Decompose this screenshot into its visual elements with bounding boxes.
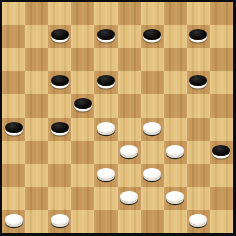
dark-square[interactable] — [25, 141, 48, 164]
light-square — [118, 164, 141, 187]
light-square — [118, 118, 141, 141]
black-man-piece[interactable] — [189, 29, 207, 40]
dark-square[interactable] — [25, 48, 48, 71]
dark-square[interactable] — [118, 48, 141, 71]
white-man-piece[interactable] — [97, 122, 115, 133]
black-man-piece[interactable] — [74, 98, 92, 109]
dark-square[interactable] — [187, 210, 210, 233]
light-square — [210, 25, 233, 48]
dark-square[interactable] — [48, 25, 71, 48]
dark-square[interactable] — [2, 25, 25, 48]
light-square — [71, 118, 94, 141]
dark-square[interactable] — [118, 141, 141, 164]
dark-square[interactable] — [48, 210, 71, 233]
dark-square[interactable] — [94, 25, 117, 48]
light-square — [71, 164, 94, 187]
black-man-piece[interactable] — [51, 122, 69, 133]
dark-square[interactable] — [141, 210, 164, 233]
black-man-piece[interactable] — [97, 29, 115, 40]
dark-square[interactable] — [164, 94, 187, 117]
dark-square[interactable] — [164, 48, 187, 71]
light-square — [48, 141, 71, 164]
light-square — [25, 210, 48, 233]
white-man-piece[interactable] — [51, 214, 69, 225]
white-man-piece[interactable] — [166, 145, 184, 156]
light-square — [164, 118, 187, 141]
light-square — [141, 94, 164, 117]
light-square — [71, 25, 94, 48]
light-square — [187, 141, 210, 164]
dark-square[interactable] — [25, 187, 48, 210]
light-square — [164, 25, 187, 48]
light-square — [141, 141, 164, 164]
dark-square[interactable] — [71, 2, 94, 25]
board-frame — [0, 0, 236, 236]
white-man-piece[interactable] — [143, 168, 161, 179]
light-square — [118, 71, 141, 94]
light-square — [94, 141, 117, 164]
light-square — [25, 71, 48, 94]
light-square — [2, 48, 25, 71]
light-square — [187, 48, 210, 71]
light-square — [164, 210, 187, 233]
dark-square[interactable] — [94, 164, 117, 187]
light-square — [48, 94, 71, 117]
white-man-piece[interactable] — [5, 214, 23, 225]
light-square — [141, 2, 164, 25]
dark-square[interactable] — [187, 118, 210, 141]
light-square — [187, 187, 210, 210]
black-man-piece[interactable] — [143, 29, 161, 40]
light-square — [210, 71, 233, 94]
light-square — [94, 94, 117, 117]
dark-square[interactable] — [25, 2, 48, 25]
light-square — [94, 48, 117, 71]
white-man-piece[interactable] — [143, 122, 161, 133]
dark-square[interactable] — [210, 141, 233, 164]
dark-square[interactable] — [141, 118, 164, 141]
dark-square[interactable] — [164, 187, 187, 210]
dark-square[interactable] — [210, 48, 233, 71]
black-man-piece[interactable] — [51, 29, 69, 40]
light-square — [71, 71, 94, 94]
dark-square[interactable] — [210, 94, 233, 117]
light-square — [210, 164, 233, 187]
dark-square[interactable] — [187, 164, 210, 187]
white-man-piece[interactable] — [120, 191, 138, 202]
dark-square[interactable] — [2, 210, 25, 233]
white-man-piece[interactable] — [97, 168, 115, 179]
black-man-piece[interactable] — [5, 122, 23, 133]
dark-square[interactable] — [164, 141, 187, 164]
light-square — [164, 71, 187, 94]
dark-square[interactable] — [210, 2, 233, 25]
light-square — [2, 187, 25, 210]
light-square — [2, 94, 25, 117]
light-square — [118, 210, 141, 233]
light-square — [25, 25, 48, 48]
light-square — [25, 164, 48, 187]
dark-square[interactable] — [118, 94, 141, 117]
dark-square[interactable] — [71, 187, 94, 210]
light-square — [25, 118, 48, 141]
light-square — [2, 2, 25, 25]
dark-square[interactable] — [141, 71, 164, 94]
light-square — [164, 164, 187, 187]
light-square — [94, 187, 117, 210]
checkers-board — [2, 2, 233, 233]
dark-square[interactable] — [2, 71, 25, 94]
dark-square[interactable] — [164, 2, 187, 25]
dark-square[interactable] — [2, 164, 25, 187]
light-square — [210, 210, 233, 233]
light-square — [118, 25, 141, 48]
light-square — [71, 210, 94, 233]
dark-square[interactable] — [141, 164, 164, 187]
light-square — [48, 48, 71, 71]
dark-square[interactable] — [118, 2, 141, 25]
dark-square[interactable] — [118, 187, 141, 210]
black-man-piece[interactable] — [51, 75, 69, 86]
white-man-piece[interactable] — [189, 214, 207, 225]
light-square — [210, 118, 233, 141]
dark-square[interactable] — [2, 118, 25, 141]
dark-square[interactable] — [141, 25, 164, 48]
dark-square[interactable] — [210, 187, 233, 210]
dark-square[interactable] — [48, 71, 71, 94]
black-man-piece[interactable] — [189, 75, 207, 86]
dark-square[interactable] — [48, 164, 71, 187]
dark-square[interactable] — [187, 25, 210, 48]
light-square — [48, 187, 71, 210]
dark-square[interactable] — [94, 71, 117, 94]
light-square — [187, 94, 210, 117]
dark-square[interactable] — [71, 94, 94, 117]
dark-square[interactable] — [48, 118, 71, 141]
light-square — [141, 187, 164, 210]
light-square — [48, 2, 71, 25]
light-square — [2, 141, 25, 164]
white-man-piece[interactable] — [120, 145, 138, 156]
dark-square[interactable] — [71, 48, 94, 71]
dark-square[interactable] — [187, 71, 210, 94]
black-man-piece[interactable] — [212, 145, 230, 156]
light-square — [94, 2, 117, 25]
black-man-piece[interactable] — [97, 75, 115, 86]
white-man-piece[interactable] — [166, 191, 184, 202]
dark-square[interactable] — [94, 210, 117, 233]
light-square — [141, 48, 164, 71]
light-square — [187, 2, 210, 25]
dark-square[interactable] — [71, 141, 94, 164]
dark-square[interactable] — [25, 94, 48, 117]
dark-square[interactable] — [94, 118, 117, 141]
